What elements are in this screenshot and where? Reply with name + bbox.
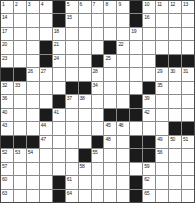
white-cell[interactable]: [14, 41, 26, 53]
black-cell: [1, 136, 13, 148]
white-cell[interactable]: [130, 68, 142, 80]
white-cell[interactable]: [104, 95, 116, 107]
clue-number: 20: [2, 41, 7, 47]
white-cell[interactable]: [143, 28, 155, 40]
white-cell[interactable]: [169, 163, 181, 175]
black-cell: [53, 190, 65, 202]
white-cell[interactable]: [182, 41, 194, 53]
white-cell[interactable]: [169, 176, 181, 188]
clue-number: 9: [118, 1, 120, 7]
clue-number: 58: [80, 163, 85, 169]
white-cell[interactable]: 61: [66, 176, 78, 188]
white-cell[interactable]: [117, 14, 129, 26]
white-cell[interactable]: [182, 14, 194, 26]
white-cell[interactable]: [117, 176, 129, 188]
white-cell[interactable]: 57: [1, 163, 13, 175]
white-cell[interactable]: 47: [40, 136, 52, 148]
clue-number: 47: [41, 136, 46, 142]
clue-number: 43: [2, 122, 7, 128]
white-cell[interactable]: [92, 95, 104, 107]
white-cell[interactable]: [66, 136, 78, 148]
white-cell[interactable]: 3: [27, 1, 39, 13]
white-cell[interactable]: [182, 149, 194, 161]
white-cell[interactable]: [79, 55, 91, 67]
black-cell: [130, 190, 142, 202]
clue-number: 1: [2, 1, 4, 7]
white-cell[interactable]: [182, 190, 194, 202]
white-cell[interactable]: [53, 163, 65, 175]
white-cell[interactable]: [182, 82, 194, 94]
white-cell[interactable]: 59: [143, 163, 155, 175]
white-cell[interactable]: 4: [40, 1, 52, 13]
white-cell[interactable]: 43: [1, 122, 13, 134]
white-cell[interactable]: [156, 41, 168, 53]
white-cell[interactable]: 54: [27, 149, 39, 161]
clue-number: 24: [54, 55, 59, 61]
black-cell: [182, 122, 194, 134]
clue-number: 29: [157, 68, 162, 74]
white-cell[interactable]: 6: [79, 1, 91, 13]
clue-number: 12: [170, 1, 175, 7]
white-cell[interactable]: [27, 55, 39, 67]
clue-number: 60: [2, 176, 7, 182]
white-cell[interactable]: [53, 149, 65, 161]
black-cell: [143, 149, 155, 161]
black-cell: [79, 149, 91, 161]
clue-number: 50: [170, 136, 175, 142]
white-cell[interactable]: [79, 41, 91, 53]
clue-number: 3: [28, 1, 30, 7]
white-cell[interactable]: 42: [143, 109, 155, 121]
white-cell[interactable]: [66, 109, 78, 121]
white-cell[interactable]: 16: [143, 14, 155, 26]
black-cell: [53, 1, 65, 13]
white-cell[interactable]: 19: [130, 28, 142, 40]
black-cell: [1, 68, 13, 80]
white-cell[interactable]: 28: [92, 68, 104, 80]
crossword-grid: 1234567891011121314151617181920212223242…: [0, 0, 195, 203]
white-cell[interactable]: [169, 95, 181, 107]
white-cell[interactable]: [143, 55, 155, 67]
white-cell[interactable]: [182, 163, 194, 175]
white-cell[interactable]: [92, 163, 104, 175]
white-cell[interactable]: 24: [53, 55, 65, 67]
white-cell[interactable]: [79, 122, 91, 134]
clue-number: 65: [144, 190, 149, 196]
white-cell[interactable]: [79, 176, 91, 188]
white-cell[interactable]: [169, 149, 181, 161]
clue-number: 41: [54, 109, 59, 115]
white-cell[interactable]: [169, 41, 181, 53]
clue-number: 30: [170, 68, 175, 74]
white-cell[interactable]: [92, 122, 104, 134]
white-cell[interactable]: 50: [169, 136, 181, 148]
white-cell[interactable]: [14, 14, 26, 26]
clue-number: 5: [67, 1, 69, 7]
white-cell[interactable]: 13: [182, 1, 194, 13]
black-cell: [117, 109, 129, 121]
white-cell[interactable]: 20: [1, 41, 13, 53]
white-cell[interactable]: 51: [182, 136, 194, 148]
clue-number: 64: [67, 190, 72, 196]
white-cell[interactable]: [66, 163, 78, 175]
white-cell[interactable]: [104, 28, 116, 40]
white-cell[interactable]: [92, 41, 104, 53]
white-cell[interactable]: [104, 190, 116, 202]
white-cell[interactable]: [14, 28, 26, 40]
white-cell[interactable]: 44: [40, 122, 52, 134]
white-cell[interactable]: 63: [1, 190, 13, 202]
white-cell[interactable]: 45: [104, 122, 116, 134]
white-cell[interactable]: [40, 163, 52, 175]
clue-number: 53: [15, 149, 20, 155]
white-cell[interactable]: [130, 41, 142, 53]
white-cell[interactable]: [156, 109, 168, 121]
black-cell: [92, 136, 104, 148]
white-cell[interactable]: [182, 109, 194, 121]
white-cell[interactable]: 1: [1, 1, 13, 13]
white-cell[interactable]: [117, 149, 129, 161]
black-cell: [79, 82, 91, 94]
white-cell[interactable]: [143, 68, 155, 80]
white-cell[interactable]: [27, 14, 39, 26]
black-cell: [182, 55, 194, 67]
white-cell[interactable]: [143, 122, 155, 134]
white-cell[interactable]: 7: [92, 1, 104, 13]
white-cell[interactable]: 48: [104, 136, 116, 148]
black-cell: [130, 14, 142, 26]
clue-number: 13: [183, 1, 188, 7]
white-cell[interactable]: [27, 95, 39, 107]
white-cell[interactable]: [117, 82, 129, 94]
white-cell[interactable]: 22: [117, 41, 129, 53]
black-cell: [40, 109, 52, 121]
white-cell[interactable]: [79, 14, 91, 26]
white-cell[interactable]: [40, 95, 52, 107]
white-cell[interactable]: 5: [66, 1, 78, 13]
white-cell[interactable]: 12: [169, 1, 181, 13]
clue-number: 54: [28, 149, 33, 155]
clue-number: 62: [144, 176, 149, 182]
clue-number: 6: [80, 1, 82, 7]
white-cell[interactable]: [104, 149, 116, 161]
black-cell: [53, 95, 65, 107]
black-cell: [130, 176, 142, 188]
white-cell[interactable]: 30: [169, 68, 181, 80]
clue-number: 4: [41, 1, 43, 7]
clue-number: 36: [2, 95, 7, 101]
clue-number: 15: [67, 14, 72, 20]
clue-number: 37: [67, 95, 72, 101]
white-cell[interactable]: [14, 95, 26, 107]
white-cell[interactable]: [117, 95, 129, 107]
clue-number: 55: [93, 149, 98, 155]
white-cell[interactable]: [27, 176, 39, 188]
white-cell[interactable]: 46: [117, 122, 129, 134]
white-cell[interactable]: [27, 41, 39, 53]
white-cell[interactable]: [27, 28, 39, 40]
white-cell[interactable]: [66, 28, 78, 40]
white-cell[interactable]: 26: [27, 68, 39, 80]
white-cell[interactable]: 53: [14, 149, 26, 161]
clue-number: 8: [105, 1, 107, 7]
clue-number: 10: [144, 1, 149, 7]
clue-number: 2: [15, 1, 17, 7]
white-cell[interactable]: [169, 109, 181, 121]
white-cell[interactable]: [40, 176, 52, 188]
white-cell[interactable]: 41: [53, 109, 65, 121]
white-cell[interactable]: 9: [117, 1, 129, 13]
white-cell[interactable]: [66, 55, 78, 67]
clue-number: 16: [144, 14, 149, 20]
clue-number: 11: [157, 1, 162, 7]
white-cell[interactable]: 52: [1, 149, 13, 161]
white-cell[interactable]: [169, 190, 181, 202]
white-cell[interactable]: [169, 82, 181, 94]
white-cell[interactable]: 10: [143, 1, 155, 13]
clue-number: 35: [157, 82, 162, 88]
black-cell: [104, 109, 116, 121]
clue-number: 56: [157, 149, 162, 155]
white-cell[interactable]: [53, 82, 65, 94]
black-cell: [130, 95, 142, 107]
white-cell[interactable]: [14, 190, 26, 202]
white-cell[interactable]: [143, 41, 155, 53]
white-cell[interactable]: [117, 68, 129, 80]
white-cell[interactable]: 65: [143, 190, 155, 202]
white-cell[interactable]: 40: [1, 109, 13, 121]
clue-number: 59: [144, 163, 149, 169]
clue-number: 40: [2, 109, 7, 115]
black-cell: [53, 14, 65, 26]
white-cell[interactable]: [53, 68, 65, 80]
clue-number: 45: [105, 122, 110, 128]
clue-number: 33: [15, 82, 20, 88]
clue-number: 57: [2, 163, 7, 169]
white-cell[interactable]: 25: [104, 55, 116, 67]
clue-number: 28: [93, 68, 98, 74]
clue-number: 32: [2, 82, 7, 88]
black-cell: [143, 82, 155, 94]
white-cell[interactable]: [79, 68, 91, 80]
black-cell: [53, 176, 65, 188]
white-cell[interactable]: 62: [143, 176, 155, 188]
white-cell[interactable]: 38: [79, 95, 91, 107]
black-cell: [14, 68, 26, 80]
black-cell: [92, 55, 104, 67]
black-cell: [40, 41, 52, 53]
clue-number: 14: [2, 14, 7, 20]
white-cell[interactable]: [66, 41, 78, 53]
white-cell[interactable]: [66, 68, 78, 80]
clue-number: 39: [144, 95, 149, 101]
white-cell[interactable]: [79, 28, 91, 40]
white-cell[interactable]: [169, 28, 181, 40]
black-cell: [14, 136, 26, 148]
black-cell: [66, 82, 78, 94]
white-cell[interactable]: [182, 176, 194, 188]
white-cell[interactable]: [104, 163, 116, 175]
white-cell[interactable]: [117, 190, 129, 202]
black-cell: [40, 55, 52, 67]
white-cell[interactable]: 15: [66, 14, 78, 26]
white-cell[interactable]: 32: [1, 82, 13, 94]
clue-number: 23: [2, 55, 7, 61]
white-cell[interactable]: [104, 82, 116, 94]
black-cell: [169, 122, 181, 134]
white-cell[interactable]: [104, 176, 116, 188]
white-cell[interactable]: 14: [1, 14, 13, 26]
white-cell[interactable]: [117, 136, 129, 148]
white-cell[interactable]: 34: [92, 82, 104, 94]
white-cell[interactable]: 18: [53, 28, 65, 40]
white-cell[interactable]: [182, 95, 194, 107]
white-cell[interactable]: 21: [53, 41, 65, 53]
white-cell[interactable]: [14, 122, 26, 134]
white-cell[interactable]: [27, 122, 39, 134]
clue-number: 27: [41, 68, 46, 74]
white-cell[interactable]: 55: [92, 149, 104, 161]
clue-number: 51: [183, 136, 188, 142]
white-cell[interactable]: 49: [156, 136, 168, 148]
clue-number: 42: [144, 109, 149, 115]
white-cell[interactable]: [130, 163, 142, 175]
clue-number: 26: [28, 68, 33, 74]
clue-number: 18: [54, 28, 59, 34]
clue-number: 25: [105, 55, 110, 61]
white-cell[interactable]: [79, 136, 91, 148]
clue-number: 31: [183, 68, 188, 74]
white-cell[interactable]: [156, 190, 168, 202]
white-cell[interactable]: 58: [79, 163, 91, 175]
white-cell[interactable]: [27, 163, 39, 175]
black-cell: [104, 41, 116, 53]
clue-number: 19: [131, 28, 136, 34]
white-cell[interactable]: [130, 55, 142, 67]
white-cell[interactable]: [92, 14, 104, 26]
white-cell[interactable]: [14, 176, 26, 188]
clue-number: 49: [157, 136, 162, 142]
black-cell: [169, 55, 181, 67]
white-cell[interactable]: [182, 28, 194, 40]
white-cell[interactable]: [92, 28, 104, 40]
white-cell[interactable]: 23: [1, 55, 13, 67]
white-cell[interactable]: [117, 55, 129, 67]
black-cell: [130, 149, 142, 161]
clue-number: 17: [2, 28, 7, 34]
white-cell[interactable]: 29: [156, 68, 168, 80]
white-cell[interactable]: 56: [156, 149, 168, 161]
white-cell[interactable]: 36: [1, 95, 13, 107]
black-cell: [130, 1, 142, 13]
white-cell[interactable]: 35: [156, 82, 168, 94]
white-cell[interactable]: [14, 163, 26, 175]
white-cell[interactable]: [156, 176, 168, 188]
white-cell[interactable]: 17: [1, 28, 13, 40]
clue-number: 34: [93, 82, 98, 88]
white-cell[interactable]: [40, 82, 52, 94]
black-cell: [156, 55, 168, 67]
clue-number: 22: [118, 41, 123, 47]
white-cell[interactable]: 11: [156, 1, 168, 13]
white-cell[interactable]: [27, 190, 39, 202]
white-cell[interactable]: 33: [14, 82, 26, 94]
white-cell[interactable]: [79, 109, 91, 121]
black-cell: [130, 109, 142, 121]
white-cell[interactable]: 27: [40, 68, 52, 80]
white-cell[interactable]: [14, 55, 26, 67]
white-cell[interactable]: 39: [143, 95, 155, 107]
clue-number: 7: [93, 1, 95, 7]
black-cell: [143, 136, 155, 148]
white-cell[interactable]: [53, 136, 65, 148]
black-cell: [130, 136, 142, 148]
clue-number: 46: [118, 122, 123, 128]
white-cell[interactable]: 31: [182, 68, 194, 80]
clue-number: 63: [2, 190, 7, 196]
white-cell[interactable]: [14, 109, 26, 121]
white-cell[interactable]: [27, 109, 39, 121]
white-cell[interactable]: [66, 122, 78, 134]
white-cell[interactable]: [53, 122, 65, 134]
white-cell[interactable]: [156, 14, 168, 26]
white-cell[interactable]: [104, 68, 116, 80]
white-cell[interactable]: [156, 95, 168, 107]
clue-number: 21: [54, 41, 59, 47]
white-cell[interactable]: 37: [66, 95, 78, 107]
white-cell[interactable]: [130, 122, 142, 134]
white-cell[interactable]: [40, 14, 52, 26]
white-cell[interactable]: [79, 190, 91, 202]
white-cell[interactable]: [92, 176, 104, 188]
white-cell[interactable]: [117, 28, 129, 40]
white-cell[interactable]: [40, 28, 52, 40]
white-cell[interactable]: [117, 163, 129, 175]
white-cell[interactable]: [169, 14, 181, 26]
white-cell[interactable]: [66, 149, 78, 161]
white-cell[interactable]: [27, 82, 39, 94]
white-cell[interactable]: [156, 122, 168, 134]
white-cell[interactable]: [156, 28, 168, 40]
white-cell[interactable]: 60: [1, 176, 13, 188]
black-cell: [27, 136, 39, 148]
white-cell[interactable]: [92, 190, 104, 202]
white-cell[interactable]: [40, 190, 52, 202]
white-cell[interactable]: [156, 163, 168, 175]
clue-number: 44: [41, 122, 46, 128]
white-cell[interactable]: [130, 82, 142, 94]
white-cell[interactable]: [92, 109, 104, 121]
clue-number: 38: [80, 95, 85, 101]
clue-number: 52: [2, 149, 7, 155]
white-cell[interactable]: 64: [66, 190, 78, 202]
white-cell[interactable]: [104, 14, 116, 26]
clue-number: 48: [105, 136, 110, 142]
clue-number: 61: [67, 176, 72, 182]
white-cell[interactable]: 8: [104, 1, 116, 13]
white-cell[interactable]: 2: [14, 1, 26, 13]
white-cell[interactable]: [40, 149, 52, 161]
